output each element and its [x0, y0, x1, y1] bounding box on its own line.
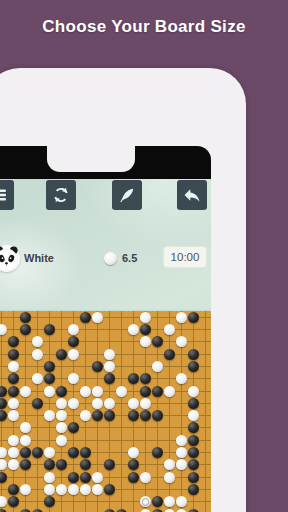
board-point-b7[interactable]: [0, 459, 8, 471]
board-point-d19[interactable]: [20, 311, 32, 323]
board-point-s8[interactable]: [199, 446, 211, 458]
new-game-button[interactable]: [46, 180, 76, 210]
board-point-c19[interactable]: [8, 311, 20, 323]
board-point-o10[interactable]: [151, 422, 163, 434]
board-point-l12[interactable]: [115, 397, 127, 409]
board-point-q18[interactable]: [175, 323, 187, 335]
board-point-f8[interactable]: [44, 446, 56, 458]
board-point-s5[interactable]: [199, 483, 211, 495]
board-point-l14[interactable]: [115, 373, 127, 385]
board-point-o8[interactable]: [151, 446, 163, 458]
board-point-p10[interactable]: [163, 422, 175, 434]
board-point-i5[interactable]: [80, 483, 92, 495]
board-point-i6[interactable]: [80, 471, 92, 483]
board-point-e9[interactable]: [32, 434, 44, 446]
undo-button[interactable]: [177, 180, 207, 210]
board-point-f12[interactable]: [44, 397, 56, 409]
board-point-g3[interactable]: [56, 508, 68, 512]
board-point-q19[interactable]: [175, 311, 187, 323]
board-point-i3[interactable]: [80, 508, 92, 512]
board-point-f5[interactable]: [44, 483, 56, 495]
board-point-h3[interactable]: [68, 508, 80, 512]
board-point-b16[interactable]: [0, 348, 8, 360]
board-point-r16[interactable]: [187, 348, 199, 360]
board-point-d7[interactable]: [20, 459, 32, 471]
board-point-c11[interactable]: [8, 410, 20, 422]
board-point-h8[interactable]: [68, 446, 80, 458]
board-point-o14[interactable]: [151, 373, 163, 385]
board-point-c17[interactable]: [8, 336, 20, 348]
board-point-p17[interactable]: [163, 336, 175, 348]
board-point-i14[interactable]: [80, 373, 92, 385]
board-point-s13[interactable]: [199, 385, 211, 397]
board-point-o12[interactable]: [151, 397, 163, 409]
board-point-q11[interactable]: [175, 410, 187, 422]
board-point-q6[interactable]: [175, 471, 187, 483]
board-point-h14[interactable]: [68, 373, 80, 385]
board-point-o7[interactable]: [151, 459, 163, 471]
board-point-c13[interactable]: [8, 385, 20, 397]
board-point-g13[interactable]: [56, 385, 68, 397]
board-point-m8[interactable]: [127, 446, 139, 458]
board-point-k12[interactable]: [103, 397, 115, 409]
board-point-q4[interactable]: [175, 496, 187, 508]
board-point-n7[interactable]: [139, 459, 151, 471]
board-point-j7[interactable]: [92, 459, 104, 471]
board-point-q13[interactable]: [175, 385, 187, 397]
board-point-k4[interactable]: [103, 496, 115, 508]
board-point-e11[interactable]: [32, 410, 44, 422]
board-point-h7[interactable]: [68, 459, 80, 471]
board-point-i10[interactable]: [80, 422, 92, 434]
board-point-e7[interactable]: [32, 459, 44, 471]
board-point-n19[interactable]: [139, 311, 151, 323]
board-point-h4[interactable]: [68, 496, 80, 508]
board-point-q3[interactable]: [175, 508, 187, 512]
board-point-e8[interactable]: [32, 446, 44, 458]
board-point-o11[interactable]: [151, 410, 163, 422]
board-point-l10[interactable]: [115, 422, 127, 434]
board-point-i13[interactable]: [80, 385, 92, 397]
board-point-d18[interactable]: [20, 323, 32, 335]
board-point-l11[interactable]: [115, 410, 127, 422]
board-point-g5[interactable]: [56, 483, 68, 495]
board-point-l17[interactable]: [115, 336, 127, 348]
board-point-k17[interactable]: [103, 336, 115, 348]
board-point-g15[interactable]: [56, 360, 68, 372]
board-point-i15[interactable]: [80, 360, 92, 372]
board-point-h18[interactable]: [68, 323, 80, 335]
board-point-j16[interactable]: [92, 348, 104, 360]
board-point-o6[interactable]: [151, 471, 163, 483]
board-point-n8[interactable]: [139, 446, 151, 458]
board-point-o15[interactable]: [151, 360, 163, 372]
board-point-f7[interactable]: [44, 459, 56, 471]
board-point-o17[interactable]: [151, 336, 163, 348]
board-point-m9[interactable]: [127, 434, 139, 446]
board-point-h6[interactable]: [68, 471, 80, 483]
board-point-p3[interactable]: [163, 508, 175, 512]
board-point-e5[interactable]: [32, 483, 44, 495]
board-point-h9[interactable]: [68, 434, 80, 446]
board-point-g7[interactable]: [56, 459, 68, 471]
board-point-k3[interactable]: [103, 508, 115, 512]
board-point-r11[interactable]: [187, 410, 199, 422]
board-point-l15[interactable]: [115, 360, 127, 372]
board-point-q10[interactable]: [175, 422, 187, 434]
board-point-j17[interactable]: [92, 336, 104, 348]
board-point-d3[interactable]: [20, 508, 32, 512]
board-point-b4[interactable]: [0, 496, 8, 508]
board-point-c6[interactable]: [8, 471, 20, 483]
board-point-e10[interactable]: [32, 422, 44, 434]
board-point-s9[interactable]: [199, 434, 211, 446]
board-point-n9[interactable]: [139, 434, 151, 446]
board-point-b12[interactable]: [0, 397, 8, 409]
board-point-o3[interactable]: [151, 508, 163, 512]
board-point-i12[interactable]: [80, 397, 92, 409]
board-point-d13[interactable]: [20, 385, 32, 397]
board-point-p14[interactable]: [163, 373, 175, 385]
board-point-q15[interactable]: [175, 360, 187, 372]
board-point-k16[interactable]: [103, 348, 115, 360]
board-point-m4[interactable]: [127, 496, 139, 508]
board-point-s17[interactable]: [199, 336, 211, 348]
board-point-s7[interactable]: [199, 459, 211, 471]
board-point-p16[interactable]: [163, 348, 175, 360]
board-point-n14[interactable]: [139, 373, 151, 385]
board-point-n10[interactable]: [139, 422, 151, 434]
board-point-n11[interactable]: [139, 410, 151, 422]
board-point-k13[interactable]: [103, 385, 115, 397]
board-point-o16[interactable]: [151, 348, 163, 360]
board-point-f11[interactable]: [44, 410, 56, 422]
board-point-o18[interactable]: [151, 323, 163, 335]
board-point-d16[interactable]: [20, 348, 32, 360]
edit-button[interactable]: [112, 180, 142, 210]
board-point-l6[interactable]: [115, 471, 127, 483]
board-point-m17[interactable]: [127, 336, 139, 348]
board-point-r12[interactable]: [187, 397, 199, 409]
board-point-k5[interactable]: [103, 483, 115, 495]
board-point-d12[interactable]: [20, 397, 32, 409]
board-point-n17[interactable]: [139, 336, 151, 348]
board-point-m6[interactable]: [127, 471, 139, 483]
board-point-s10[interactable]: [199, 422, 211, 434]
board-point-l7[interactable]: [115, 459, 127, 471]
board-point-c14[interactable]: [8, 373, 20, 385]
board-point-g11[interactable]: [56, 410, 68, 422]
board-point-l5[interactable]: [115, 483, 127, 495]
board-point-k11[interactable]: [103, 410, 115, 422]
board-point-b13[interactable]: [0, 385, 8, 397]
board-point-i11[interactable]: [80, 410, 92, 422]
board-point-l18[interactable]: [115, 323, 127, 335]
board-point-l19[interactable]: [115, 311, 127, 323]
board-point-d9[interactable]: [20, 434, 32, 446]
board-point-f19[interactable]: [44, 311, 56, 323]
board-point-m16[interactable]: [127, 348, 139, 360]
board-point-i8[interactable]: [80, 446, 92, 458]
board-point-c15[interactable]: [8, 360, 20, 372]
board-point-b8[interactable]: [0, 446, 8, 458]
board-point-d14[interactable]: [20, 373, 32, 385]
board-point-j13[interactable]: [92, 385, 104, 397]
board-point-s16[interactable]: [199, 348, 211, 360]
board-point-k19[interactable]: [103, 311, 115, 323]
board-point-n3[interactable]: [139, 508, 151, 512]
board-point-g12[interactable]: [56, 397, 68, 409]
board-point-b17[interactable]: [0, 336, 8, 348]
board-point-q17[interactable]: [175, 336, 187, 348]
board-point-q16[interactable]: [175, 348, 187, 360]
board-point-f18[interactable]: [44, 323, 56, 335]
board-point-n15[interactable]: [139, 360, 151, 372]
board-point-q7[interactable]: [175, 459, 187, 471]
board-point-p11[interactable]: [163, 410, 175, 422]
board-point-p13[interactable]: [163, 385, 175, 397]
board-point-n18[interactable]: [139, 323, 151, 335]
board-point-p19[interactable]: [163, 311, 175, 323]
board-point-g9[interactable]: [56, 434, 68, 446]
board-point-r7[interactable]: [187, 459, 199, 471]
go-board[interactable]: [0, 311, 211, 512]
board-point-h10[interactable]: [68, 422, 80, 434]
board-point-m13[interactable]: [127, 385, 139, 397]
board-point-f17[interactable]: [44, 336, 56, 348]
board-point-c5[interactable]: [8, 483, 20, 495]
board-point-i18[interactable]: [80, 323, 92, 335]
board-point-j6[interactable]: [92, 471, 104, 483]
board-point-p5[interactable]: [163, 483, 175, 495]
board-point-b10[interactable]: [0, 422, 8, 434]
board-point-m12[interactable]: [127, 397, 139, 409]
board-point-o4[interactable]: [151, 496, 163, 508]
board-point-r5[interactable]: [187, 483, 199, 495]
board-point-j10[interactable]: [92, 422, 104, 434]
board-point-h15[interactable]: [68, 360, 80, 372]
board-point-c16[interactable]: [8, 348, 20, 360]
board-point-p6[interactable]: [163, 471, 175, 483]
board-point-k15[interactable]: [103, 360, 115, 372]
board-point-r15[interactable]: [187, 360, 199, 372]
board-point-p18[interactable]: [163, 323, 175, 335]
board-point-j14[interactable]: [92, 373, 104, 385]
board-point-h19[interactable]: [68, 311, 80, 323]
board-point-f10[interactable]: [44, 422, 56, 434]
board-point-m18[interactable]: [127, 323, 139, 335]
board-point-i9[interactable]: [80, 434, 92, 446]
board-point-j9[interactable]: [92, 434, 104, 446]
board-point-p9[interactable]: [163, 434, 175, 446]
board-point-l3[interactable]: [115, 508, 127, 512]
board-point-l8[interactable]: [115, 446, 127, 458]
board-point-e19[interactable]: [32, 311, 44, 323]
board-point-r19[interactable]: [187, 311, 199, 323]
board-point-k8[interactable]: [103, 446, 115, 458]
board-point-e17[interactable]: [32, 336, 44, 348]
board-point-f13[interactable]: [44, 385, 56, 397]
board-point-i19[interactable]: [80, 311, 92, 323]
board-point-e13[interactable]: [32, 385, 44, 397]
board-point-h12[interactable]: [68, 397, 80, 409]
board-point-g17[interactable]: [56, 336, 68, 348]
board-point-k14[interactable]: [103, 373, 115, 385]
board-point-h16[interactable]: [68, 348, 80, 360]
board-point-m7[interactable]: [127, 459, 139, 471]
board-point-o9[interactable]: [151, 434, 163, 446]
board-point-e14[interactable]: [32, 373, 44, 385]
board-point-j4[interactable]: [92, 496, 104, 508]
board-point-j15[interactable]: [92, 360, 104, 372]
board-point-p8[interactable]: [163, 446, 175, 458]
board-point-m5[interactable]: [127, 483, 139, 495]
board-point-q14[interactable]: [175, 373, 187, 385]
board-point-m19[interactable]: [127, 311, 139, 323]
board-point-d11[interactable]: [20, 410, 32, 422]
board-point-c10[interactable]: [8, 422, 20, 434]
board-point-m3[interactable]: [127, 508, 139, 512]
board-point-q5[interactable]: [175, 483, 187, 495]
board-point-h17[interactable]: [68, 336, 80, 348]
board-point-i7[interactable]: [80, 459, 92, 471]
board-point-m11[interactable]: [127, 410, 139, 422]
board-point-b11[interactable]: [0, 410, 8, 422]
board-point-j18[interactable]: [92, 323, 104, 335]
board-point-c18[interactable]: [8, 323, 20, 335]
board-point-f16[interactable]: [44, 348, 56, 360]
board-point-s4[interactable]: [199, 496, 211, 508]
board-point-k6[interactable]: [103, 471, 115, 483]
board-point-p12[interactable]: [163, 397, 175, 409]
board-point-o5[interactable]: [151, 483, 163, 495]
board-point-k18[interactable]: [103, 323, 115, 335]
board-point-r18[interactable]: [187, 323, 199, 335]
board-point-c12[interactable]: [8, 397, 20, 409]
board-point-s14[interactable]: [199, 373, 211, 385]
board-point-g6[interactable]: [56, 471, 68, 483]
board-point-c7[interactable]: [8, 459, 20, 471]
board-point-n12[interactable]: [139, 397, 151, 409]
board-point-l9[interactable]: [115, 434, 127, 446]
board-point-s19[interactable]: [199, 311, 211, 323]
board-point-f15[interactable]: [44, 360, 56, 372]
board-point-s15[interactable]: [199, 360, 211, 372]
board-point-c9[interactable]: [8, 434, 20, 446]
board-point-d5[interactable]: [20, 483, 32, 495]
board-point-s12[interactable]: [199, 397, 211, 409]
board-point-p4[interactable]: [163, 496, 175, 508]
board-point-l16[interactable]: [115, 348, 127, 360]
board-point-e4[interactable]: [32, 496, 44, 508]
board-point-p7[interactable]: [163, 459, 175, 471]
board-point-f9[interactable]: [44, 434, 56, 446]
board-point-f3[interactable]: [44, 508, 56, 512]
board-point-g19[interactable]: [56, 311, 68, 323]
board-point-h11[interactable]: [68, 410, 80, 422]
board-point-r4[interactable]: [187, 496, 199, 508]
board-point-b14[interactable]: [0, 373, 8, 385]
board-point-d4[interactable]: [20, 496, 32, 508]
board-point-h5[interactable]: [68, 483, 80, 495]
board-point-j8[interactable]: [92, 446, 104, 458]
board-point-r10[interactable]: [187, 422, 199, 434]
board-point-g4[interactable]: [56, 496, 68, 508]
menu-button[interactable]: [0, 180, 14, 210]
board-point-b5[interactable]: [0, 483, 8, 495]
board-point-f14[interactable]: [44, 373, 56, 385]
board-point-m15[interactable]: [127, 360, 139, 372]
board-point-b15[interactable]: [0, 360, 8, 372]
board-point-r6[interactable]: [187, 471, 199, 483]
board-point-r9[interactable]: [187, 434, 199, 446]
board-point-k7[interactable]: [103, 459, 115, 471]
board-point-b9[interactable]: [0, 434, 8, 446]
board-point-d8[interactable]: [20, 446, 32, 458]
board-point-k9[interactable]: [103, 434, 115, 446]
board-point-e16[interactable]: [32, 348, 44, 360]
board-point-c3[interactable]: [8, 508, 20, 512]
board-point-g18[interactable]: [56, 323, 68, 335]
board-point-j11[interactable]: [92, 410, 104, 422]
board-point-s11[interactable]: [199, 410, 211, 422]
board-point-m10[interactable]: [127, 422, 139, 434]
board-point-s18[interactable]: [199, 323, 211, 335]
board-point-i16[interactable]: [80, 348, 92, 360]
board-point-s3[interactable]: [199, 508, 211, 512]
board-point-g14[interactable]: [56, 373, 68, 385]
board-point-l4[interactable]: [115, 496, 127, 508]
panda-avatar[interactable]: [0, 245, 20, 272]
board-point-h13[interactable]: [68, 385, 80, 397]
board-point-j19[interactable]: [92, 311, 104, 323]
board-point-m14[interactable]: [127, 373, 139, 385]
board-point-d15[interactable]: [20, 360, 32, 372]
board-point-q9[interactable]: [175, 434, 187, 446]
board-point-b6[interactable]: [0, 471, 8, 483]
board-point-r13[interactable]: [187, 385, 199, 397]
board-point-n5[interactable]: [139, 483, 151, 495]
board-point-l13[interactable]: [115, 385, 127, 397]
board-point-j5[interactable]: [92, 483, 104, 495]
board-point-p15[interactable]: [163, 360, 175, 372]
board-point-j12[interactable]: [92, 397, 104, 409]
board-point-d10[interactable]: [20, 422, 32, 434]
board-point-k10[interactable]: [103, 422, 115, 434]
board-point-n6[interactable]: [139, 471, 151, 483]
board-point-b19[interactable]: [0, 311, 8, 323]
board-point-q12[interactable]: [175, 397, 187, 409]
board-point-d6[interactable]: [20, 471, 32, 483]
board-point-b3[interactable]: [0, 508, 8, 512]
board-point-f4[interactable]: [44, 496, 56, 508]
board-point-c8[interactable]: [8, 446, 20, 458]
board-point-q8[interactable]: [175, 446, 187, 458]
board-point-e15[interactable]: [32, 360, 44, 372]
board-point-n13[interactable]: [139, 385, 151, 397]
board-point-i4[interactable]: [80, 496, 92, 508]
board-point-o13[interactable]: [151, 385, 163, 397]
board-point-f6[interactable]: [44, 471, 56, 483]
board-point-r3[interactable]: [187, 508, 199, 512]
board-point-j3[interactable]: [92, 508, 104, 512]
board-point-r8[interactable]: [187, 446, 199, 458]
board-point-c4[interactable]: [8, 496, 20, 508]
board-point-d17[interactable]: [20, 336, 32, 348]
board-point-s6[interactable]: [199, 471, 211, 483]
board-point-i17[interactable]: [80, 336, 92, 348]
board-point-e3[interactable]: [32, 508, 44, 512]
